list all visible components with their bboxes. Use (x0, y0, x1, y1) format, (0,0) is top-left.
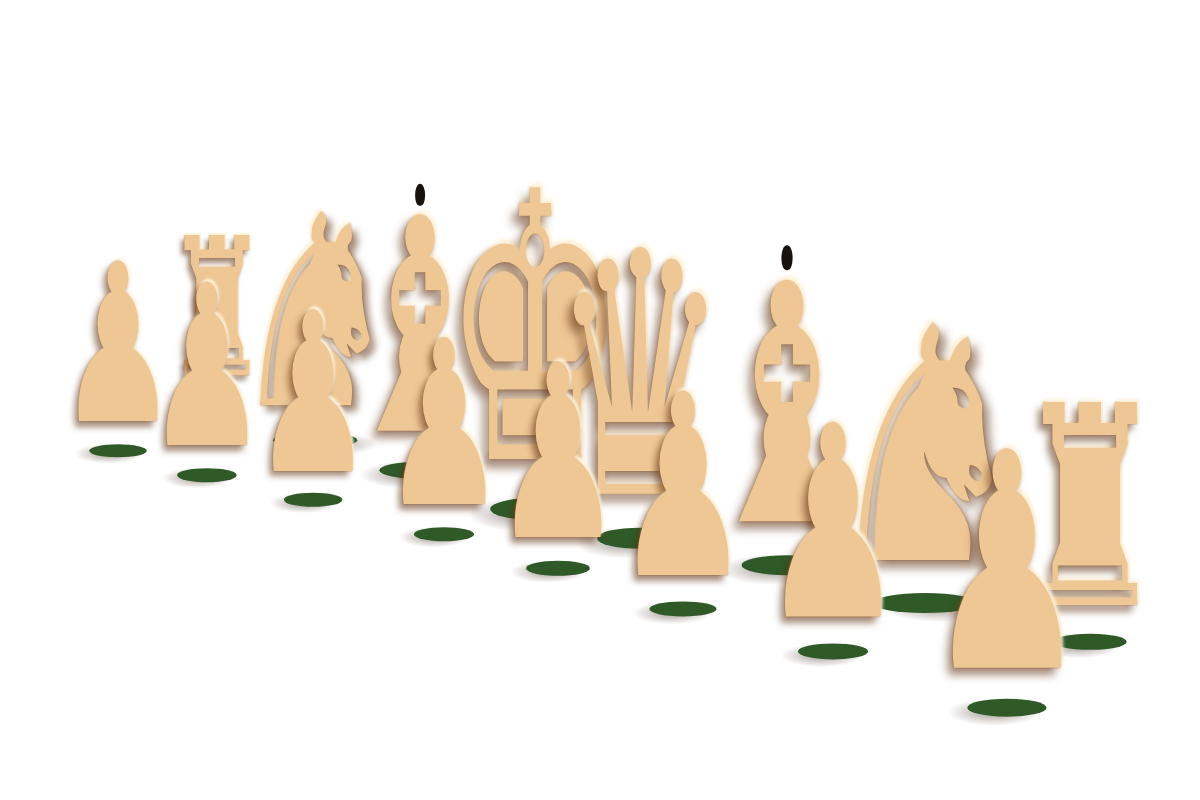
square-c6[interactable] (139, 782, 417, 800)
piece-felt-base (650, 601, 717, 616)
piece-white-pawn-d2[interactable]: ♟ (493, 333, 623, 574)
piece-contact-shadow (769, 640, 875, 671)
piece-felt-base (414, 527, 474, 541)
square-f6[interactable] (0, 648, 4, 760)
piece-contact-shadow (65, 441, 152, 466)
piece-white-pawn-a2[interactable]: ♟ (926, 414, 1088, 715)
square-f5[interactable] (0, 587, 128, 690)
piece-contact-shadow (934, 695, 1053, 730)
bishop-black-finial-icon (782, 245, 793, 270)
square-b5[interactable] (416, 755, 686, 800)
bishop-black-finial-icon (415, 183, 425, 205)
piece-contact-shadow (389, 524, 480, 550)
piece-contact-shadow (500, 558, 595, 586)
piece-contact-shadow (259, 490, 347, 516)
piece-felt-base (284, 493, 343, 506)
piece-felt-base (798, 644, 868, 660)
square-a4[interactable] (686, 730, 949, 800)
square-e4[interactable] (128, 566, 368, 666)
piece-white-pawn-b2[interactable]: ♟ (761, 390, 905, 657)
piece-white-pawn-f2[interactable]: ♟ (253, 283, 372, 505)
piece-felt-base (526, 561, 590, 575)
piece-felt-base (177, 469, 236, 482)
piece-white-pawn-c2[interactable]: ♟ (615, 361, 751, 614)
square-e5[interactable] (4, 625, 256, 734)
square-g5[interactable] (0, 550, 7, 648)
square-b4[interactable] (534, 685, 791, 800)
square-d5[interactable] (133, 666, 391, 781)
piece-felt-base (89, 444, 147, 457)
square-e6[interactable] (0, 690, 133, 800)
square-f4[interactable] (7, 530, 242, 625)
square-g4[interactable] (0, 496, 124, 586)
piece-white-pawn-e2[interactable]: ♟ (382, 310, 505, 539)
square-c5[interactable] (270, 709, 534, 800)
piece-white-pawn-g2[interactable]: ♟ (147, 256, 267, 480)
pieces-layer: ♜♞♝♚♛♝♞♜♟♟♟♟♟♟♟♟ (0, 0, 1200, 800)
chessboard-photo-stage: ♜♞♝♚♛♝♞♜♟♟♟♟♟♟♟♟ (0, 0, 1200, 800)
piece-contact-shadow (622, 598, 722, 627)
square-d6[interactable] (0, 734, 270, 800)
piece-contact-shadow (153, 466, 242, 492)
square-c4[interactable] (391, 643, 642, 755)
piece-felt-base (967, 699, 1046, 717)
square-h4[interactable] (0, 464, 11, 550)
square-d4[interactable] (256, 603, 502, 709)
